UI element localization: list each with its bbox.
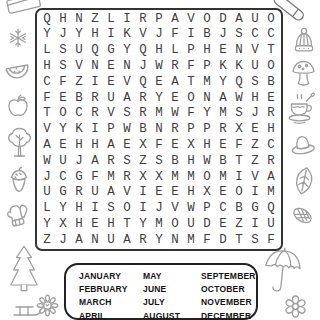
grid-cell-r5c13[interactable]: Q	[231, 74, 247, 90]
grid-cell-r7c3[interactable]: C	[71, 106, 87, 122]
grid-cell-r1c11[interactable]: O	[199, 11, 215, 27]
grid-cell-r13c10[interactable]: W	[183, 201, 199, 217]
grid-cell-r2c11[interactable]: B	[199, 27, 215, 43]
grid-cell-r7c6[interactable]: S	[119, 106, 135, 122]
grid-cell-r3c4[interactable]: Q	[87, 43, 103, 59]
grid-cell-r11c2[interactable]: C	[55, 169, 71, 185]
grid-cell-r3c10[interactable]: P	[183, 43, 199, 59]
grid-cell-r9c15[interactable]: C	[263, 137, 279, 153]
grid-cell-r6c6[interactable]: A	[119, 90, 135, 106]
leaf-icon	[291, 165, 317, 198]
grid-cell-r6c9[interactable]: E	[167, 90, 183, 106]
snowflake-icon	[7, 27, 29, 49]
grid-cell-r5c9[interactable]: A	[167, 74, 183, 90]
grid-cell-r1c5[interactable]: L	[103, 11, 119, 27]
word-list-column-1: JANUARYFEBRUARYMARCHAPRIL	[79, 270, 143, 320]
grid-cell-r6c4[interactable]: R	[87, 90, 103, 106]
grid-cell-r6c13[interactable]: W	[231, 90, 247, 106]
grid-cell-r13c11[interactable]: P	[199, 201, 215, 217]
grid-cell-r3c1[interactable]: L	[39, 43, 55, 59]
pinecone-icon	[288, 202, 317, 229]
grid-cell-r5c3[interactable]: Z	[71, 74, 87, 90]
grid-cell-r13c7[interactable]: I	[135, 201, 151, 217]
grid-cell-r1c4[interactable]: Z	[87, 11, 103, 27]
grid-cell-r1c10[interactable]: V	[183, 11, 199, 27]
grid-cell-r8c8[interactable]: N	[151, 122, 167, 138]
grid-cell-r4c11[interactable]: P	[199, 58, 215, 74]
grid-cell-r10c1[interactable]: W	[39, 153, 55, 169]
grid-cell-r3c5[interactable]: G	[103, 43, 119, 59]
grid-cell-r1c7[interactable]: R	[135, 11, 151, 27]
grid-cell-r2c5[interactable]: I	[103, 27, 119, 43]
grid-cell-r12c10[interactable]: H	[183, 185, 199, 201]
grid-cell-r14c15[interactable]: U	[263, 216, 279, 232]
grid-cell-r2c4[interactable]: H	[87, 27, 103, 43]
grid-cell-r15c12[interactable]: D	[215, 232, 231, 248]
grid-cell-r1c8[interactable]: P	[151, 11, 167, 27]
grid-cell-r13c5[interactable]: S	[103, 201, 119, 217]
grid-cell-r5c15[interactable]: B	[263, 74, 279, 90]
grid-cell-r9c6[interactable]: E	[119, 137, 135, 153]
word-february: FEBRUARY	[79, 283, 143, 296]
word-november: NOVEMBER	[201, 296, 256, 309]
grid-cell-r7c8[interactable]: M	[151, 106, 167, 122]
grid-cell-r1c3[interactable]: N	[71, 11, 87, 27]
grid-cell-r6c11[interactable]: N	[199, 90, 215, 106]
grid-cell-r6c10[interactable]: O	[183, 90, 199, 106]
grid-cell-r5c11[interactable]: M	[199, 74, 215, 90]
grid-cell-r8c12[interactable]: R	[215, 122, 231, 138]
grid-cell-r13c3[interactable]: H	[71, 201, 87, 217]
grid-cell-r12c9[interactable]: E	[167, 185, 183, 201]
grid-cell-r1c1[interactable]: Q	[39, 11, 55, 27]
grid-cell-r8c2[interactable]: Y	[55, 122, 71, 138]
word-march: MARCH	[79, 296, 143, 309]
grid-cell-r9c13[interactable]: F	[231, 137, 247, 153]
grid-cell-r8c10[interactable]: P	[183, 122, 199, 138]
grid-cell-r11c7[interactable]: X	[135, 169, 151, 185]
grid-cell-r11c5[interactable]: M	[103, 169, 119, 185]
grid-cell-r3c7[interactable]: Q	[135, 43, 151, 59]
grid-cell-r15c8[interactable]: Y	[151, 232, 167, 248]
grid-cell-r12c15[interactable]: M	[263, 185, 279, 201]
grid-cell-r12c12[interactable]: E	[215, 185, 231, 201]
grid-cell-r4c13[interactable]: K	[231, 58, 247, 74]
grid-cell-r9c4[interactable]: H	[87, 137, 103, 153]
grid-cell-r4c3[interactable]: V	[71, 58, 87, 74]
grid-cell-r10c15[interactable]: R	[263, 153, 279, 169]
grid-cell-r1c14[interactable]: U	[247, 11, 263, 27]
grid-cell-r13c14[interactable]: G	[247, 201, 263, 217]
grid-cell-r12c2[interactable]: G	[55, 185, 71, 201]
grid-cell-r13c4[interactable]: I	[87, 201, 103, 217]
grid-cell-r11c3[interactable]: G	[71, 169, 87, 185]
grid-cell-r7c10[interactable]: F	[183, 106, 199, 122]
grid-cell-r13c13[interactable]: B	[231, 201, 247, 217]
grid-cell-r7c2[interactable]: O	[55, 106, 71, 122]
grid-cell-r7c12[interactable]: M	[215, 106, 231, 122]
grid-cell-r4c8[interactable]: W	[151, 58, 167, 74]
grid-cell-r7c9[interactable]: W	[167, 106, 183, 122]
pine-tree-icon	[7, 243, 41, 293]
grid-cell-r15c14[interactable]: S	[247, 232, 263, 248]
grid-cell-r8c9[interactable]: R	[167, 122, 183, 138]
beanie-hat-icon	[292, 27, 316, 54]
grid-cell-r5c12[interactable]: Y	[215, 74, 231, 90]
word-april: APRIL	[79, 310, 143, 320]
grid-cell-r14c13[interactable]: Z	[231, 216, 247, 232]
tree-icon	[6, 126, 33, 159]
grid-cell-r11c11[interactable]: O	[199, 169, 215, 185]
word-september: SEPTEMBER	[201, 270, 256, 283]
grid-cell-r11c1[interactable]: J	[39, 169, 55, 185]
grid-cell-r4c15[interactable]: O	[263, 58, 279, 74]
grid-cell-r7c5[interactable]: V	[103, 106, 119, 122]
grid-cell-r8c1[interactable]: V	[39, 122, 55, 138]
umbrella-icon	[261, 245, 305, 296]
grid-cell-r13c9[interactable]: V	[167, 201, 183, 217]
grid-cell-r8c6[interactable]: W	[119, 122, 135, 138]
grid-cell-r7c13[interactable]: S	[231, 106, 247, 122]
grid-cell-r4c5[interactable]: E	[103, 58, 119, 74]
grid-cell-r15c4[interactable]: N	[87, 232, 103, 248]
grid-cell-r11c8[interactable]: X	[151, 169, 167, 185]
grid-cell-r9c7[interactable]: X	[135, 137, 151, 153]
grid-cell-r10c9[interactable]: B	[167, 153, 183, 169]
grid-cell-r5c2[interactable]: F	[55, 74, 71, 90]
grid-cell-r2c13[interactable]: S	[231, 27, 247, 43]
grid-cell-r14c10[interactable]: U	[183, 216, 199, 232]
grid-cell-r4c7[interactable]: J	[135, 58, 151, 74]
grid-cell-r5c10[interactable]: T	[183, 74, 199, 90]
grid-cell-r10c2[interactable]: U	[55, 153, 71, 169]
grid-cell-r14c5[interactable]: H	[103, 216, 119, 232]
grid-cell-r12c3[interactable]: R	[71, 185, 87, 201]
word-october: OCTOBER	[201, 283, 256, 296]
wordsearch-board: QHNZLIRPAVODAUOYJYHIKVJFIBJSCCLSUQGYQHLP…	[35, 8, 283, 251]
grid-cell-r10c4[interactable]: A	[87, 153, 103, 169]
grid-cell-r6c8[interactable]: Y	[151, 90, 167, 106]
grid-cell-r6c1[interactable]: F	[39, 90, 55, 106]
grid-cell-r3c2[interactable]: S	[55, 43, 71, 59]
grid-cell-r9c8[interactable]: F	[151, 137, 167, 153]
flower-icon	[282, 293, 309, 320]
grid-cell-r11c13[interactable]: I	[231, 169, 247, 185]
grid-cell-r6c7[interactable]: R	[135, 90, 151, 106]
grid-cell-r7c14[interactable]: J	[247, 106, 263, 122]
grid-cell-r2c15[interactable]: C	[263, 27, 279, 43]
grid-cell-r15c13[interactable]: T	[231, 232, 247, 248]
grid-cell-r10c3[interactable]: J	[71, 153, 87, 169]
grid-cell-r7c11[interactable]: Y	[199, 106, 215, 122]
grid-cell-r9c9[interactable]: E	[167, 137, 183, 153]
grid-cell-r14c2[interactable]: X	[55, 216, 71, 232]
grid-cell-r15c6[interactable]: A	[119, 232, 135, 248]
grid-cell-r11c14[interactable]: V	[247, 169, 263, 185]
grid-cell-r11c9[interactable]: M	[167, 169, 183, 185]
grid-cell-r8c15[interactable]: H	[263, 122, 279, 138]
grid-cell-r4c10[interactable]: F	[183, 58, 199, 74]
grid-cell-r10c14[interactable]: Z	[247, 153, 263, 169]
grid-cell-r3c9[interactable]: L	[167, 43, 183, 59]
grid-cell-r14c7[interactable]: Y	[135, 216, 151, 232]
grid-cell-r11c12[interactable]: M	[215, 169, 231, 185]
grid-cell-r9c2[interactable]: E	[55, 137, 71, 153]
grid-cell-r1c12[interactable]: D	[215, 11, 231, 27]
grid-cell-r2c9[interactable]: F	[167, 27, 183, 43]
grid-cell-r12c8[interactable]: E	[151, 185, 167, 201]
grid-cell-r15c3[interactable]: A	[71, 232, 87, 248]
grid-cell-r8c11[interactable]: P	[199, 122, 215, 138]
word-june: JUNE	[143, 283, 201, 296]
grid-cell-r9c14[interactable]: Z	[247, 137, 263, 153]
grid-cell-r6c14[interactable]: H	[247, 90, 263, 106]
word-list-column-3: SEPTEMBEROCTOBERNOVEMBERDECEMBER	[201, 270, 256, 320]
grid-cell-r6c5[interactable]: U	[103, 90, 119, 106]
grid-cell-r9c11[interactable]: H	[199, 137, 215, 153]
grid-cell-r14c3[interactable]: H	[71, 216, 87, 232]
sun-hat-icon	[289, 132, 317, 159]
grid-cell-r4c2[interactable]: S	[55, 58, 71, 74]
grid-cell-r14c6[interactable]: T	[119, 216, 135, 232]
mushroom-icon	[290, 58, 317, 88]
grid-cell-r14c14[interactable]: I	[247, 216, 263, 232]
grid-cell-r15c7[interactable]: R	[135, 232, 151, 248]
word-list-column-2: MAYJUNEJULYAUGUST	[143, 270, 201, 320]
grid-cell-r3c3[interactable]: U	[71, 43, 87, 59]
grid-cell-r4c14[interactable]: U	[247, 58, 263, 74]
grid-cell-r8c14[interactable]: E	[247, 122, 263, 138]
word-may: MAY	[143, 270, 201, 283]
grid-cell-r12c5[interactable]: A	[103, 185, 119, 201]
grid-cell-r4c1[interactable]: H	[39, 58, 55, 74]
grid-cell-r12c14[interactable]: I	[247, 185, 263, 201]
grid-cell-r9c10[interactable]: X	[183, 137, 199, 153]
grid-cell-r13c8[interactable]: J	[151, 201, 167, 217]
apple-icon	[5, 91, 31, 120]
grid-cell-r4c12[interactable]: K	[215, 58, 231, 74]
grid-cell-r10c5[interactable]: R	[103, 153, 119, 169]
grid-cell-r10c13[interactable]: T	[231, 153, 247, 169]
grid-cell-r4c6[interactable]: N	[119, 58, 135, 74]
grid-cell-r3c12[interactable]: E	[215, 43, 231, 59]
grid-cell-r6c15[interactable]: E	[263, 90, 279, 106]
grid-cell-r3c15[interactable]: T	[263, 43, 279, 59]
grid-cell-r9c5[interactable]: A	[103, 137, 119, 153]
grid-cell-r10c8[interactable]: S	[151, 153, 167, 169]
grid-cell-r11c10[interactable]: M	[183, 169, 199, 185]
grid-cell-r14c9[interactable]: O	[167, 216, 183, 232]
grid-cell-r15c11[interactable]: F	[199, 232, 215, 248]
grid-cell-r9c12[interactable]: E	[215, 137, 231, 153]
grid-cell-r5c6[interactable]: V	[119, 74, 135, 90]
grid-cell-r11c6[interactable]: R	[119, 169, 135, 185]
grid-cell-r8c7[interactable]: B	[135, 122, 151, 138]
grid-cell-r15c15[interactable]: F	[263, 232, 279, 248]
grid-cell-r6c3[interactable]: B	[71, 90, 87, 106]
grid-cell-r2c12[interactable]: J	[215, 27, 231, 43]
grid-cell-r15c9[interactable]: N	[167, 232, 183, 248]
grid-cell-r1c6[interactable]: I	[119, 11, 135, 27]
grid-cell-r12c4[interactable]: U	[87, 185, 103, 201]
grid-cell-r10c6[interactable]: S	[119, 153, 135, 169]
grid-cell-r14c12[interactable]: E	[215, 216, 231, 232]
grid-cell-r10c12[interactable]: B	[215, 153, 231, 169]
letter-grid: QHNZLIRPAVODAUOYJYHIKVJFIBJSCCLSUQGYQHLP…	[39, 11, 279, 248]
grid-cell-r14c11[interactable]: D	[199, 216, 215, 232]
grid-cell-r3c6[interactable]: Y	[119, 43, 135, 59]
grid-cell-r2c3[interactable]: Y	[71, 27, 87, 43]
mittens-icon	[4, 200, 33, 233]
word-july: JULY	[143, 296, 201, 309]
grid-cell-r15c5[interactable]: U	[103, 232, 119, 248]
grid-cell-r9c3[interactable]: H	[71, 137, 87, 153]
grid-cell-r4c9[interactable]: R	[167, 58, 183, 74]
grid-cell-r7c7[interactable]: R	[135, 106, 151, 122]
grid-cell-r5c4[interactable]: I	[87, 74, 103, 90]
grid-cell-r2c8[interactable]: J	[151, 27, 167, 43]
word-august: AUGUST	[143, 310, 201, 320]
grid-cell-r7c1[interactable]: T	[39, 106, 55, 122]
grid-cell-r2c7[interactable]: V	[135, 27, 151, 43]
grid-cell-r6c12[interactable]: A	[215, 90, 231, 106]
grid-cell-r2c6[interactable]: K	[119, 27, 135, 43]
grid-cell-r13c1[interactable]: L	[39, 201, 55, 217]
acorn-icon	[7, 166, 31, 195]
grid-cell-r11c4[interactable]: F	[87, 169, 103, 185]
grid-cell-r1c15[interactable]: O	[263, 11, 279, 27]
grid-cell-r2c10[interactable]: I	[183, 27, 199, 43]
grid-cell-r5c5[interactable]: E	[103, 74, 119, 90]
grid-cell-r8c4[interactable]: I	[87, 122, 103, 138]
word-december: DECEMBER	[201, 310, 256, 320]
grid-cell-r7c15[interactable]: R	[263, 106, 279, 122]
grid-cell-r10c11[interactable]: W	[199, 153, 215, 169]
grid-cell-r3c8[interactable]: H	[151, 43, 167, 59]
grid-cell-r12c7[interactable]: I	[135, 185, 151, 201]
grid-cell-r3c14[interactable]: V	[247, 43, 263, 59]
grid-cell-r15c1[interactable]: Z	[39, 232, 55, 248]
grid-cell-r15c10[interactable]: M	[183, 232, 199, 248]
grid-cell-r8c13[interactable]: X	[231, 122, 247, 138]
grid-cell-r13c2[interactable]: Y	[55, 201, 71, 217]
grid-cell-r10c10[interactable]: H	[183, 153, 199, 169]
grid-cell-r14c4[interactable]: E	[87, 216, 103, 232]
grid-cell-r5c7[interactable]: Q	[135, 74, 151, 90]
grid-cell-r10c7[interactable]: Z	[135, 153, 151, 169]
grid-cell-r13c12[interactable]: C	[215, 201, 231, 217]
grid-cell-r9c1[interactable]: A	[39, 137, 55, 153]
grid-cell-r13c6[interactable]: O	[119, 201, 135, 217]
grid-cell-r4c4[interactable]: N	[87, 58, 103, 74]
grid-cell-r6c2[interactable]: E	[55, 90, 71, 106]
grid-cell-r12c6[interactable]: V	[119, 185, 135, 201]
grid-cell-r5c8[interactable]: E	[151, 74, 167, 90]
grid-cell-r1c13[interactable]: A	[231, 11, 247, 27]
grid-cell-r5c1[interactable]: C	[39, 74, 55, 90]
grid-cell-r1c2[interactable]: H	[55, 11, 71, 27]
word-january: JANUARY	[79, 270, 143, 283]
grid-cell-r12c13[interactable]: O	[231, 185, 247, 201]
grid-cell-r8c3[interactable]: K	[71, 122, 87, 138]
watermelon-icon	[4, 57, 31, 84]
teacup-icon	[286, 92, 317, 125]
grid-cell-r2c2[interactable]: J	[55, 27, 71, 43]
grid-cell-r11c15[interactable]: A	[263, 169, 279, 185]
grid-cell-r2c1[interactable]: Y	[39, 27, 55, 43]
grid-cell-r3c13[interactable]: N	[231, 43, 247, 59]
grid-cell-r12c11[interactable]: X	[199, 185, 215, 201]
grid-cell-r14c8[interactable]: M	[151, 216, 167, 232]
grid-cell-r12c1[interactable]: U	[39, 185, 55, 201]
grid-cell-r8c5[interactable]: P	[103, 122, 119, 138]
grid-cell-r14c1[interactable]: Y	[39, 216, 55, 232]
word-list-box: JANUARYFEBRUARYMARCHAPRIL MAYJUNEJULYAUG…	[64, 263, 258, 320]
grid-cell-r5c14[interactable]: S	[247, 74, 263, 90]
grid-cell-r7c4[interactable]: R	[87, 106, 103, 122]
sled-icon	[12, 303, 42, 320]
grid-cell-r2c14[interactable]: C	[247, 27, 263, 43]
grid-cell-r15c2[interactable]: J	[55, 232, 71, 248]
grid-cell-r13c15[interactable]: Q	[263, 201, 279, 217]
grid-cell-r3c11[interactable]: H	[199, 43, 215, 59]
grid-cell-r1c9[interactable]: A	[167, 11, 183, 27]
